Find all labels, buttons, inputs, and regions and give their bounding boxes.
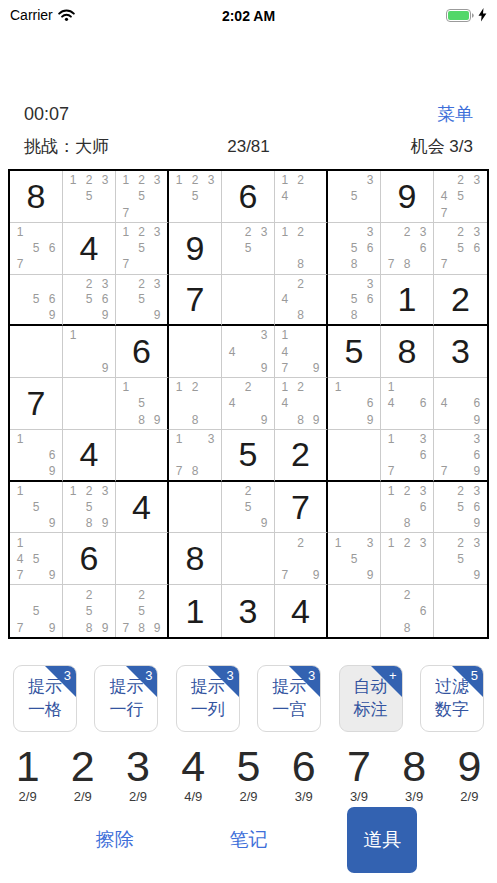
pencil-marks: 12357 xyxy=(118,172,165,221)
cell-r8c4[interactable]: 8 xyxy=(169,533,222,585)
pencil-marks: 23569 xyxy=(65,276,113,324)
cell-r8c2[interactable]: 6 xyxy=(63,533,116,585)
numpad-remaining-count: 3/9 xyxy=(331,789,386,804)
difficulty-label: 挑战：大师 xyxy=(24,135,144,158)
pencil-marks xyxy=(118,534,165,583)
pencil-marks: 23569 xyxy=(436,483,485,532)
tool-badge-ribbon xyxy=(451,665,484,698)
pencil-marks: 23678 xyxy=(383,224,431,273)
cell-r1c8[interactable]: 9 xyxy=(381,171,434,223)
pencil-marks: 169 xyxy=(12,431,60,479)
numpad-digit: 3 xyxy=(110,744,165,789)
cell-r9c7[interactable] xyxy=(328,585,381,637)
cell-value: 4 xyxy=(132,488,151,527)
pencil-marks xyxy=(12,327,60,376)
cell-r2c3[interactable]: 12357 xyxy=(116,223,169,275)
cell-value: 7 xyxy=(186,280,205,319)
cell-value: 8 xyxy=(27,177,46,216)
cell-r2c1[interactable]: 1567 xyxy=(10,223,63,275)
pencil-marks: 569 xyxy=(12,276,60,324)
pencil-marks: 23567 xyxy=(436,224,485,273)
cell-r9c6[interactable]: 4 xyxy=(275,585,328,637)
numpad-remaining-count: 2/9 xyxy=(221,789,276,804)
pencil-marks xyxy=(224,534,272,583)
cell-value: 3 xyxy=(451,332,470,371)
cell-r9c9[interactable] xyxy=(434,585,487,637)
cell-value: 6 xyxy=(80,539,99,578)
numpad-4-button[interactable]: 44/9 xyxy=(166,744,221,804)
numpad-remaining-count: 2/9 xyxy=(110,789,165,804)
numpad-digit: 6 xyxy=(276,744,331,789)
cell-r5c1[interactable]: 7 xyxy=(10,378,63,430)
tool-badge-ribbon xyxy=(44,665,77,698)
cell-r7c6[interactable]: 7 xyxy=(275,482,328,534)
numpad-remaining-count: 3/9 xyxy=(276,789,331,804)
cell-r4c6[interactable]: 1479 xyxy=(275,326,328,378)
cell-r4c9[interactable]: 3 xyxy=(434,326,487,378)
items-button[interactable]: 道具 xyxy=(347,807,417,873)
tool-label-line2: 数字 xyxy=(435,699,469,721)
tool-badge-ribbon xyxy=(370,665,403,698)
pencil-marks: 124 xyxy=(277,172,324,221)
pencil-marks: 25789 xyxy=(118,586,165,636)
cell-r7c2[interactable]: 123589 xyxy=(63,482,116,534)
pencil-marks xyxy=(330,586,378,636)
cell-r4c2[interactable]: 19 xyxy=(63,326,116,378)
cell-r2c8[interactable]: 23678 xyxy=(381,223,434,275)
chances-counter: 机会 3/3 xyxy=(353,135,473,158)
pencil-marks: 159 xyxy=(12,483,60,532)
pencil-marks xyxy=(171,327,219,376)
cell-value: 9 xyxy=(398,177,417,216)
pencil-marks: 169 xyxy=(330,379,378,428)
cell-r4c5[interactable]: 349 xyxy=(222,326,275,378)
pencil-marks: 2589 xyxy=(65,586,113,636)
cell-value: 5 xyxy=(345,332,364,371)
cell-r1c4[interactable]: 1235 xyxy=(169,171,222,223)
cell-r3c4[interactable]: 7 xyxy=(169,275,222,327)
cell-r4c4[interactable] xyxy=(169,326,222,378)
tool-badge-ribbon xyxy=(207,665,240,698)
cell-value: 2 xyxy=(291,435,310,474)
pencil-marks: 19 xyxy=(65,327,113,376)
cell-value: 3 xyxy=(239,592,258,631)
pencil-marks: 23457 xyxy=(436,172,485,221)
cell-r2c5[interactable]: 235 xyxy=(222,223,275,275)
cell-r5c8[interactable]: 146 xyxy=(381,378,434,430)
tool-badge-count: 3 xyxy=(145,668,152,685)
cell-r8c6[interactable]: 279 xyxy=(275,533,328,585)
pencil-marks: 1367 xyxy=(383,431,431,479)
tool-label-line2: 一列 xyxy=(191,699,225,721)
timer-row: 00:07 菜单 xyxy=(0,102,497,126)
tool-badge-count: + xyxy=(389,668,397,685)
cell-r3c2[interactable]: 23569 xyxy=(63,275,116,327)
cell-value: 7 xyxy=(291,488,310,527)
numpad-digit: 7 xyxy=(331,744,386,789)
tool-badge-count: 5 xyxy=(471,668,478,685)
cell-r9c1[interactable]: 579 xyxy=(10,585,63,637)
pencil-marks xyxy=(330,431,378,479)
cell-r4c1[interactable] xyxy=(10,326,63,378)
pencil-marks: 123589 xyxy=(65,483,113,532)
cell-r3c7[interactable]: 3568 xyxy=(328,275,381,327)
pencil-marks: 3568 xyxy=(330,276,378,324)
cell-value: 7 xyxy=(27,384,46,423)
tool-hint-row-button[interactable]: 提示一行3 xyxy=(94,665,158,732)
pencil-marks: 146 xyxy=(383,379,431,428)
cell-r5c4[interactable]: 128 xyxy=(169,378,222,430)
pencil-marks: 12368 xyxy=(383,483,431,532)
cell-r5c3[interactable]: 1589 xyxy=(116,378,169,430)
pencil-marks xyxy=(224,276,272,324)
cell-r3c3[interactable]: 2359 xyxy=(116,275,169,327)
cell-r4c3[interactable]: 6 xyxy=(116,326,169,378)
cell-r6c4[interactable]: 1378 xyxy=(169,430,222,482)
pencil-marks xyxy=(330,483,378,532)
numpad-digit: 5 xyxy=(221,744,276,789)
pencil-marks xyxy=(65,379,113,428)
cell-r8c9[interactable]: 2359 xyxy=(434,533,487,585)
tool-badge-count: 3 xyxy=(308,668,315,685)
cell-value: 2 xyxy=(451,280,470,319)
cell-r4c8[interactable]: 8 xyxy=(381,326,434,378)
tool-label-line2: 一格 xyxy=(28,699,62,721)
cell-r9c3[interactable]: 25789 xyxy=(116,585,169,637)
cell-r1c3[interactable]: 12357 xyxy=(116,171,169,223)
cell-value: 4 xyxy=(291,592,310,631)
cell-r2c6[interactable]: 128 xyxy=(275,223,328,275)
cell-value: 1 xyxy=(186,592,205,631)
cell-r2c2[interactable]: 4 xyxy=(63,223,116,275)
tool-badge-ribbon xyxy=(288,665,321,698)
cell-r5c9[interactable]: 469 xyxy=(434,378,487,430)
pencil-marks: 128 xyxy=(277,224,324,273)
numpad-6-button[interactable]: 63/9 xyxy=(276,744,331,804)
cell-r5c7[interactable]: 169 xyxy=(328,378,381,430)
cell-r8c7[interactable]: 1359 xyxy=(328,533,381,585)
cell-r1c1[interactable]: 8 xyxy=(10,171,63,223)
cell-value: 1 xyxy=(398,280,417,319)
progress-counter: 23/81 xyxy=(144,137,353,157)
pencil-marks: 1589 xyxy=(118,379,165,428)
numpad-remaining-count: 2/9 xyxy=(0,789,55,804)
clock: 2:02 AM xyxy=(0,8,497,24)
cell-r9c8[interactable]: 268 xyxy=(381,585,434,637)
pencil-marks: 128 xyxy=(171,379,219,428)
pencil-marks: 248 xyxy=(277,276,324,324)
numpad-5-button[interactable]: 52/9 xyxy=(221,744,276,804)
cell-r7c8[interactable]: 12368 xyxy=(381,482,434,534)
cell-r3c5[interactable] xyxy=(222,275,275,327)
cell-r1c7[interactable]: 35 xyxy=(328,171,381,223)
numpad-digit: 4 xyxy=(166,744,221,789)
pencil-marks: 1378 xyxy=(171,431,219,479)
bottom-bar: 擦除 笔记 道具 xyxy=(0,806,497,874)
numpad-remaining-count: 2/9 xyxy=(442,789,497,804)
pencil-marks: 1479 xyxy=(277,327,324,376)
cell-r6c3[interactable] xyxy=(116,430,169,482)
cell-r2c7[interactable]: 3568 xyxy=(328,223,381,275)
menu-button[interactable]: 菜单 xyxy=(437,102,473,126)
cell-r7c3[interactable]: 4 xyxy=(116,482,169,534)
pencil-marks: 123 xyxy=(383,534,431,583)
cell-r1c5[interactable]: 6 xyxy=(222,171,275,223)
cell-r5c2[interactable] xyxy=(63,378,116,430)
pencil-marks: 1235 xyxy=(171,172,219,221)
numpad-3-button[interactable]: 32/9 xyxy=(110,744,165,804)
cell-r7c1[interactable]: 159 xyxy=(10,482,63,534)
cell-r5c6[interactable]: 12489 xyxy=(275,378,328,430)
cell-value: 8 xyxy=(186,539,205,578)
pencil-marks: 35 xyxy=(330,172,378,221)
cell-r6c9[interactable]: 3679 xyxy=(434,430,487,482)
pencil-marks: 3568 xyxy=(330,224,378,273)
pencil-marks: 3679 xyxy=(436,431,485,479)
pencil-marks: 2359 xyxy=(436,534,485,583)
numpad-8-button[interactable]: 83/9 xyxy=(387,744,442,804)
number-pad: 12/922/932/944/952/963/973/983/992/9 xyxy=(0,744,497,804)
cell-r7c4[interactable] xyxy=(169,482,222,534)
numpad-2-button[interactable]: 22/9 xyxy=(55,744,110,804)
cell-value: 8 xyxy=(398,332,417,371)
tool-bar: 提示一格3提示一行3提示一列3提示一宫3自动标注+过滤数字5 xyxy=(0,665,497,732)
cell-r1c2[interactable]: 1235 xyxy=(63,171,116,223)
cell-value: 4 xyxy=(80,435,99,474)
pencil-marks: 279 xyxy=(277,534,324,583)
tool-label-line2: 标注 xyxy=(354,699,388,721)
tool-auto-note-button[interactable]: 自动标注+ xyxy=(339,665,403,732)
cell-r8c1[interactable]: 14579 xyxy=(10,533,63,585)
sudoku-board: 8123512357123561243592345715674123579235… xyxy=(8,169,489,639)
cell-value: 6 xyxy=(239,177,258,216)
numpad-digit: 9 xyxy=(442,744,497,789)
tool-filter-digits-button[interactable]: 过滤数字5 xyxy=(420,665,484,732)
pencil-marks: 268 xyxy=(383,586,431,636)
status-bar: Carrier 2:02 AM xyxy=(0,0,497,30)
tool-hint-column-button[interactable]: 提示一列3 xyxy=(176,665,240,732)
cell-r6c1[interactable]: 169 xyxy=(10,430,63,482)
pencil-marks: 12357 xyxy=(118,224,165,273)
tool-badge-count: 3 xyxy=(227,668,234,685)
numpad-digit: 2 xyxy=(55,744,110,789)
timer: 00:07 xyxy=(24,104,69,125)
cell-r1c9[interactable]: 23457 xyxy=(434,171,487,223)
cell-r9c4[interactable]: 1 xyxy=(169,585,222,637)
cell-value: 9 xyxy=(186,229,205,268)
cell-value: 4 xyxy=(80,229,99,268)
tool-badge-count: 3 xyxy=(64,668,71,685)
cell-r8c3[interactable] xyxy=(116,533,169,585)
pencil-marks: 349 xyxy=(224,327,272,376)
tool-badge-ribbon xyxy=(125,665,158,698)
tool-label-line2: 一宫 xyxy=(272,699,306,721)
pencil-marks: 259 xyxy=(224,483,272,532)
cell-value: 6 xyxy=(132,332,151,371)
tool-label-line2: 一行 xyxy=(109,699,143,721)
cell-r5c5[interactable]: 249 xyxy=(222,378,275,430)
numpad-7-button[interactable]: 73/9 xyxy=(331,744,386,804)
erase-button[interactable]: 擦除 xyxy=(96,827,134,853)
numpad-digit: 1 xyxy=(0,744,55,789)
cell-r8c8[interactable]: 123 xyxy=(381,533,434,585)
notes-button[interactable]: 笔记 xyxy=(230,827,268,853)
cell-r6c6[interactable]: 2 xyxy=(275,430,328,482)
cell-value: 5 xyxy=(239,435,258,474)
numpad-remaining-count: 4/9 xyxy=(166,789,221,804)
cell-r6c8[interactable]: 1367 xyxy=(381,430,434,482)
numpad-digit: 8 xyxy=(387,744,442,789)
pencil-marks: 469 xyxy=(436,379,485,428)
pencil-marks: 249 xyxy=(224,379,272,428)
pencil-marks: 235 xyxy=(224,224,272,273)
cell-r7c5[interactable]: 259 xyxy=(222,482,275,534)
cell-r7c7[interactable] xyxy=(328,482,381,534)
numpad-remaining-count: 2/9 xyxy=(55,789,110,804)
pencil-marks: 579 xyxy=(12,586,60,636)
cell-r8c5[interactable] xyxy=(222,533,275,585)
info-row: 挑战：大师 23/81 机会 3/3 xyxy=(0,135,497,158)
pencil-marks xyxy=(171,483,219,532)
cell-r3c6[interactable]: 248 xyxy=(275,275,328,327)
cell-r2c9[interactable]: 23567 xyxy=(434,223,487,275)
cell-r3c9[interactable]: 2 xyxy=(434,275,487,327)
cell-r6c5[interactable]: 5 xyxy=(222,430,275,482)
cell-r9c2[interactable]: 2589 xyxy=(63,585,116,637)
numpad-1-button[interactable]: 12/9 xyxy=(0,744,55,804)
cell-r4c7[interactable]: 5 xyxy=(328,326,381,378)
cell-r1c6[interactable]: 124 xyxy=(275,171,328,223)
cell-r7c9[interactable]: 23569 xyxy=(434,482,487,534)
pencil-marks: 1359 xyxy=(330,534,378,583)
pencil-marks: 1235 xyxy=(65,172,113,221)
cell-r3c1[interactable]: 569 xyxy=(10,275,63,327)
pencil-marks: 2359 xyxy=(118,276,165,324)
pencil-marks: 14579 xyxy=(12,534,60,583)
tool-hint-cell-button[interactable]: 提示一格3 xyxy=(13,665,77,732)
pencil-marks: 1567 xyxy=(12,224,60,273)
numpad-remaining-count: 3/9 xyxy=(387,789,442,804)
numpad-9-button[interactable]: 92/9 xyxy=(442,744,497,804)
cell-r6c2[interactable]: 4 xyxy=(63,430,116,482)
pencil-marks: 12489 xyxy=(277,379,324,428)
cell-r3c8[interactable]: 1 xyxy=(381,275,434,327)
cell-r9c5[interactable]: 3 xyxy=(222,585,275,637)
cell-r6c7[interactable] xyxy=(328,430,381,482)
pencil-marks xyxy=(118,431,165,479)
tool-hint-box-button[interactable]: 提示一宫3 xyxy=(257,665,321,732)
cell-r2c4[interactable]: 9 xyxy=(169,223,222,275)
